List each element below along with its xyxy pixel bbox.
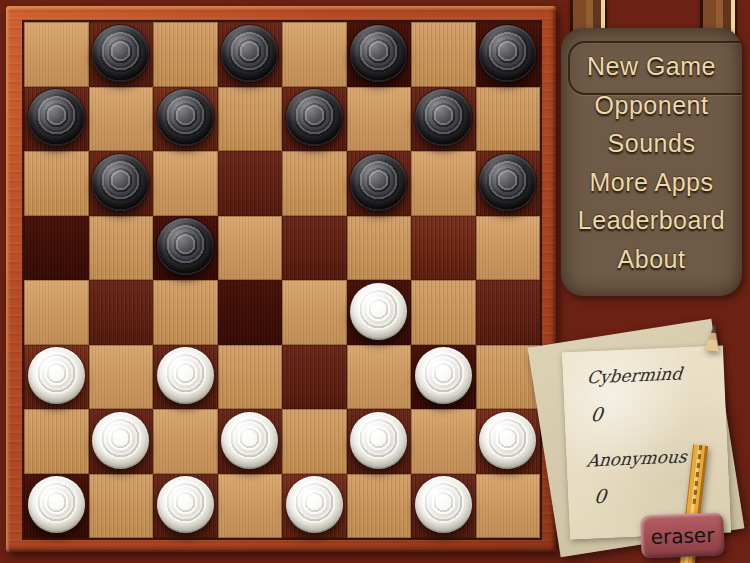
light-square [347,345,412,410]
square-25[interactable] [89,409,154,474]
square-32[interactable] [411,474,476,539]
square-20[interactable] [476,280,541,345]
black-checker[interactable] [350,25,407,82]
light-square [24,280,89,345]
black-checker[interactable] [479,154,536,211]
light-square [476,474,541,539]
light-square [476,87,541,152]
menu-item-more-apps[interactable]: More Apps [561,163,742,202]
square-19[interactable] [347,280,412,345]
black-checker[interactable] [92,25,149,82]
square-12[interactable] [476,151,541,216]
square-31[interactable] [282,474,347,539]
square-26[interactable] [218,409,283,474]
light-square [411,22,476,87]
light-square [347,474,412,539]
eraser-button[interactable]: eraser [640,513,724,559]
square-4[interactable] [476,22,541,87]
white-checker[interactable] [157,347,214,404]
black-checker[interactable] [221,25,278,82]
light-square [153,280,218,345]
square-29[interactable] [24,474,89,539]
square-23[interactable] [282,345,347,410]
light-square [411,409,476,474]
square-18[interactable] [218,280,283,345]
square-9[interactable] [89,151,154,216]
white-checker[interactable] [28,347,85,404]
pencil-tip [704,323,722,352]
square-10[interactable] [218,151,283,216]
light-square [89,345,154,410]
light-square [89,87,154,152]
light-square [24,151,89,216]
square-30[interactable] [153,474,218,539]
black-checker[interactable] [286,89,343,146]
light-square [347,216,412,281]
light-square [218,216,283,281]
checkers-board [24,22,540,538]
light-square [24,409,89,474]
square-7[interactable] [282,87,347,152]
square-15[interactable] [282,216,347,281]
app-root: New Game Opponent Sounds More Apps Leade… [0,0,750,563]
player1-score: 0 [590,403,604,426]
light-square [218,474,283,539]
menu-item-about[interactable]: About [561,240,742,279]
menu-item-leaderboard[interactable]: Leaderboard [561,201,742,240]
square-14[interactable] [153,216,218,281]
white-checker[interactable] [479,412,536,469]
light-square [282,22,347,87]
light-square [282,151,347,216]
light-square [153,22,218,87]
black-checker[interactable] [350,154,407,211]
white-checker[interactable] [350,283,407,340]
square-6[interactable] [153,87,218,152]
black-checker[interactable] [415,89,472,146]
menu-item-opponent[interactable]: Opponent [561,86,742,125]
light-square [282,409,347,474]
square-28[interactable] [476,409,541,474]
black-checker[interactable] [157,89,214,146]
square-11[interactable] [347,151,412,216]
square-8[interactable] [411,87,476,152]
white-checker[interactable] [286,476,343,533]
black-checker[interactable] [92,154,149,211]
white-checker[interactable] [221,412,278,469]
light-square [89,474,154,539]
square-1[interactable] [89,22,154,87]
menu-item-new-game[interactable]: New Game [561,47,742,86]
menu-item-sounds[interactable]: Sounds [561,124,742,163]
square-16[interactable] [411,216,476,281]
light-square [347,87,412,152]
light-square [411,151,476,216]
square-17[interactable] [89,280,154,345]
player2-name: Anonymous [586,446,688,470]
light-square [282,280,347,345]
light-square [153,151,218,216]
black-checker[interactable] [479,25,536,82]
light-square [89,216,154,281]
light-square [218,87,283,152]
square-21[interactable] [24,345,89,410]
black-checker[interactable] [157,218,214,275]
white-checker[interactable] [157,476,214,533]
square-3[interactable] [347,22,412,87]
light-square [153,409,218,474]
light-square [218,345,283,410]
light-square [476,216,541,281]
menu-panel: New Game Opponent Sounds More Apps Leade… [561,28,742,296]
square-22[interactable] [153,345,218,410]
square-2[interactable] [218,22,283,87]
square-13[interactable] [24,216,89,281]
square-5[interactable] [24,87,89,152]
square-24[interactable] [411,345,476,410]
white-checker[interactable] [28,476,85,533]
light-square [24,22,89,87]
white-checker[interactable] [415,347,472,404]
light-square [411,280,476,345]
white-checker[interactable] [350,412,407,469]
player2-score: 0 [593,485,607,508]
player1-name: Cybermind [586,363,683,387]
white-checker[interactable] [415,476,472,533]
white-checker[interactable] [92,412,149,469]
checkers-board-frame [6,6,556,552]
square-27[interactable] [347,409,412,474]
black-checker[interactable] [28,89,85,146]
